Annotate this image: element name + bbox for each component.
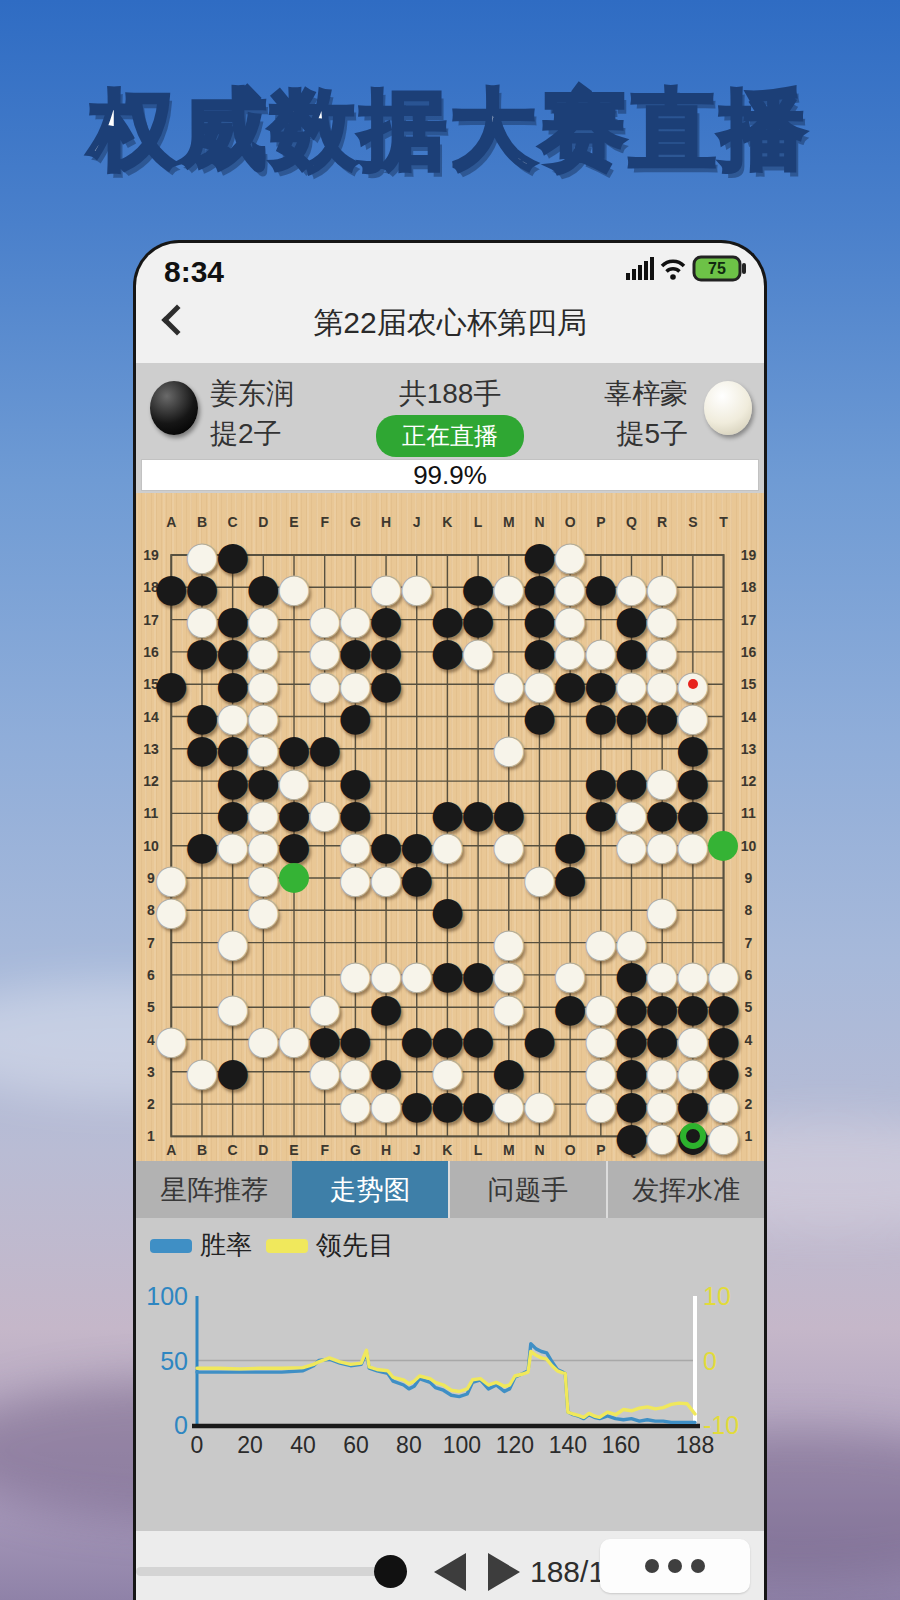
cell-F19[interactable] xyxy=(309,539,340,571)
cell-B16[interactable]: ● xyxy=(187,636,218,668)
cell-L2[interactable]: ● xyxy=(463,1088,494,1120)
cell-T14[interactable] xyxy=(708,700,739,732)
cell-S18[interactable] xyxy=(677,571,708,603)
cell-T12[interactable] xyxy=(708,765,739,797)
cell-Q10[interactable]: ● xyxy=(616,830,647,862)
cell-B6[interactable] xyxy=(187,959,218,991)
signal-icon xyxy=(626,257,654,280)
cell-Q1[interactable]: ● xyxy=(616,1120,647,1152)
cell-O4[interactable] xyxy=(555,1023,586,1055)
white-stone: ● xyxy=(522,1085,556,1124)
svg-text:140: 140 xyxy=(549,1432,587,1458)
cell-S19[interactable] xyxy=(677,539,708,571)
cell-K10[interactable]: ● xyxy=(432,830,463,862)
board-stones: ●●●●●●●●●●●●●●●●●●●●●●●●●●●●●●●●●●●●●●●●… xyxy=(156,539,739,1153)
cell-N4[interactable]: ● xyxy=(524,1023,555,1055)
battery-icon: 75 xyxy=(694,257,746,280)
svg-text:D: D xyxy=(258,514,268,530)
white-stone: ● xyxy=(369,1085,403,1124)
white-player-name: 辜梓豪 xyxy=(604,375,688,413)
cell-J2[interactable]: ● xyxy=(401,1088,432,1120)
live-badge: 正在直播 xyxy=(376,415,524,457)
tab-2[interactable]: 问题手 xyxy=(448,1161,606,1218)
cell-N9[interactable]: ● xyxy=(524,862,555,894)
cell-J18[interactable]: ● xyxy=(401,571,432,603)
cell-F13[interactable]: ● xyxy=(309,733,340,765)
cell-E1[interactable] xyxy=(279,1120,310,1152)
cell-F10[interactable] xyxy=(309,830,340,862)
svg-text:0: 0 xyxy=(703,1347,717,1375)
white-stone: ● xyxy=(706,1117,740,1156)
cell-A7[interactable] xyxy=(156,926,187,958)
cell-D4[interactable]: ● xyxy=(248,1023,279,1055)
cell-P1[interactable] xyxy=(585,1120,616,1152)
white-stone: ● xyxy=(492,729,526,768)
move-slider-thumb[interactable] xyxy=(374,1555,407,1588)
white-stone: ● xyxy=(492,665,526,704)
cell-L6[interactable]: ● xyxy=(463,959,494,991)
cell-L9[interactable] xyxy=(463,862,494,894)
cell-C9[interactable] xyxy=(217,862,248,894)
cell-C10[interactable]: ● xyxy=(217,830,248,862)
cell-A15[interactable]: ● xyxy=(156,668,187,700)
white-stone: ● xyxy=(430,826,464,865)
svg-text:14: 14 xyxy=(741,709,757,725)
cell-T11[interactable] xyxy=(708,797,739,829)
cell-B2[interactable] xyxy=(187,1088,218,1120)
cell-J4[interactable]: ● xyxy=(401,1023,432,1055)
black-stone: ● xyxy=(553,665,587,704)
win-rate-bar: 99.9% xyxy=(141,459,759,491)
svg-text:20: 20 xyxy=(237,1432,263,1458)
cell-N1[interactable] xyxy=(524,1120,555,1152)
cell-C2[interactable] xyxy=(217,1088,248,1120)
cell-T17[interactable] xyxy=(708,603,739,635)
tab-1[interactable]: 走势图 xyxy=(292,1161,448,1218)
cell-D8[interactable]: ● xyxy=(248,894,279,926)
white-stone: ● xyxy=(584,1085,618,1124)
svg-text:A: A xyxy=(166,514,176,530)
cell-A11[interactable] xyxy=(156,797,187,829)
cell-C5[interactable]: ● xyxy=(217,991,248,1023)
more-menu-button[interactable] xyxy=(600,1539,750,1593)
cell-K16[interactable]: ● xyxy=(432,636,463,668)
black-stone: ● xyxy=(553,988,587,1027)
cell-H1[interactable] xyxy=(371,1120,402,1152)
cell-O2[interactable] xyxy=(555,1088,586,1120)
black-stone: ● xyxy=(216,1052,250,1091)
cell-M2[interactable]: ● xyxy=(493,1088,524,1120)
cell-L14[interactable] xyxy=(463,700,494,732)
black-stone: ● xyxy=(645,697,679,736)
cell-M1[interactable] xyxy=(493,1120,524,1152)
cell-D7[interactable] xyxy=(248,926,279,958)
cell-A14[interactable] xyxy=(156,700,187,732)
status-icons: 75 xyxy=(626,251,748,287)
cell-L11[interactable]: ● xyxy=(463,797,494,829)
cell-L15[interactable] xyxy=(463,668,494,700)
white-stone: ● xyxy=(645,891,679,930)
cell-E3[interactable] xyxy=(279,1056,310,1088)
cell-C3[interactable]: ● xyxy=(217,1056,248,1088)
cell-G14[interactable]: ● xyxy=(340,700,371,732)
cell-T18[interactable] xyxy=(708,571,739,603)
white-stone: ● xyxy=(338,955,372,994)
cell-B1[interactable] xyxy=(187,1120,218,1152)
cell-B8[interactable] xyxy=(187,894,218,926)
legend-item-1: 领先目 xyxy=(266,1228,394,1263)
cell-T13[interactable] xyxy=(708,733,739,765)
cell-P10[interactable] xyxy=(585,830,616,862)
cell-O5[interactable]: ● xyxy=(555,991,586,1023)
green-ring-marker xyxy=(680,1123,706,1149)
legend-label: 胜率 xyxy=(200,1228,252,1263)
cell-J9[interactable]: ● xyxy=(401,862,432,894)
black-stone: ● xyxy=(154,665,188,704)
cell-J8[interactable] xyxy=(401,894,432,926)
cell-B13[interactable]: ● xyxy=(187,733,218,765)
cell-K6[interactable]: ● xyxy=(432,959,463,991)
move-slider-track[interactable] xyxy=(136,1567,392,1576)
black-stone: ● xyxy=(522,1020,556,1059)
cell-H8[interactable] xyxy=(371,894,402,926)
cell-C1[interactable] xyxy=(217,1120,248,1152)
cell-D1[interactable] xyxy=(248,1120,279,1152)
cell-P2[interactable]: ● xyxy=(585,1088,616,1120)
cell-N2[interactable]: ● xyxy=(524,1088,555,1120)
cell-L13[interactable] xyxy=(463,733,494,765)
svg-text:18: 18 xyxy=(741,579,757,595)
cell-F3[interactable]: ● xyxy=(309,1056,340,1088)
svg-text:19: 19 xyxy=(741,547,757,563)
cell-P18[interactable]: ● xyxy=(585,571,616,603)
black-stone: ● xyxy=(522,697,556,736)
cell-J1[interactable] xyxy=(401,1120,432,1152)
cell-J15[interactable] xyxy=(401,668,432,700)
black-stone: ● xyxy=(461,1085,495,1124)
cell-B10[interactable]: ● xyxy=(187,830,218,862)
black-stone: ● xyxy=(400,859,434,898)
svg-text:120: 120 xyxy=(496,1432,534,1458)
black-stone: ● xyxy=(216,536,250,575)
cell-F11[interactable]: ● xyxy=(309,797,340,829)
cell-E6[interactable] xyxy=(279,959,310,991)
cell-K13[interactable] xyxy=(432,733,463,765)
cell-J13[interactable] xyxy=(401,733,432,765)
cell-N12[interactable] xyxy=(524,765,555,797)
white-stone: ● xyxy=(185,1052,219,1091)
cell-F1[interactable] xyxy=(309,1120,340,1152)
black-stone: ● xyxy=(338,697,372,736)
cell-T19[interactable] xyxy=(708,539,739,571)
cell-G9[interactable]: ● xyxy=(340,862,371,894)
cell-E7[interactable] xyxy=(279,926,310,958)
cell-A4[interactable]: ● xyxy=(156,1023,187,1055)
white-stone: ● xyxy=(308,1052,342,1091)
cell-S1[interactable]: ● xyxy=(677,1120,708,1152)
white-stone: ● xyxy=(277,1020,311,1059)
cell-L10[interactable] xyxy=(463,830,494,862)
svg-text:100: 100 xyxy=(146,1282,188,1310)
black-stone: ● xyxy=(461,1020,495,1059)
cell-F15[interactable]: ● xyxy=(309,668,340,700)
svg-text:L: L xyxy=(474,514,483,530)
cell-H15[interactable]: ● xyxy=(371,668,402,700)
cell-M15[interactable]: ● xyxy=(493,668,524,700)
black-stone: ● xyxy=(584,568,618,607)
cell-E9[interactable] xyxy=(279,862,310,894)
black-stone: ● xyxy=(400,1020,434,1059)
white-stone: ● xyxy=(584,923,618,962)
black-stone: ● xyxy=(308,729,342,768)
cell-T9[interactable] xyxy=(708,862,739,894)
cell-E18[interactable]: ● xyxy=(279,571,310,603)
cell-J6[interactable]: ● xyxy=(401,959,432,991)
cell-H13[interactable] xyxy=(371,733,402,765)
cell-L1[interactable] xyxy=(463,1120,494,1152)
cell-T8[interactable] xyxy=(708,894,739,926)
svg-text:80: 80 xyxy=(396,1432,422,1458)
cell-B5[interactable] xyxy=(187,991,218,1023)
cell-K15[interactable] xyxy=(432,668,463,700)
clock: 8:34 xyxy=(164,255,224,289)
white-stone: ● xyxy=(676,826,710,865)
cell-R14[interactable]: ● xyxy=(647,700,678,732)
svg-text:7: 7 xyxy=(147,935,155,951)
cell-E17[interactable] xyxy=(279,603,310,635)
cell-F2[interactable] xyxy=(309,1088,340,1120)
cell-A2[interactable] xyxy=(156,1088,187,1120)
cell-F7[interactable] xyxy=(309,926,340,958)
cell-T1[interactable]: ● xyxy=(708,1120,739,1152)
white-stone: ● xyxy=(492,568,526,607)
cell-M10[interactable]: ● xyxy=(493,830,524,862)
cell-Q9[interactable] xyxy=(616,862,647,894)
black-stone: ● xyxy=(400,1085,434,1124)
black-stone: ● xyxy=(614,697,648,736)
cell-D3[interactable] xyxy=(248,1056,279,1088)
cell-P7[interactable]: ● xyxy=(585,926,616,958)
cell-N14[interactable]: ● xyxy=(524,700,555,732)
svg-text:12: 12 xyxy=(741,773,757,789)
cell-C19[interactable]: ● xyxy=(217,539,248,571)
cell-S9[interactable] xyxy=(677,862,708,894)
svg-text:0: 0 xyxy=(174,1411,188,1439)
tab-3[interactable]: 发挥水准 xyxy=(606,1161,764,1218)
white-stone: ● xyxy=(154,891,188,930)
cell-T16[interactable] xyxy=(708,636,739,668)
cell-N8[interactable] xyxy=(524,894,555,926)
white-player-captures: 提5子 xyxy=(616,415,688,453)
cell-G6[interactable]: ● xyxy=(340,959,371,991)
svg-text:9: 9 xyxy=(745,870,753,886)
white-stone: ● xyxy=(369,859,403,898)
cell-O12[interactable] xyxy=(555,765,586,797)
svg-text:2: 2 xyxy=(147,1096,155,1112)
cell-O8[interactable] xyxy=(555,894,586,926)
cell-K8[interactable]: ● xyxy=(432,894,463,926)
banner-title: 权威数据大赛直播 xyxy=(0,72,900,189)
cell-T10[interactable] xyxy=(708,830,739,862)
cell-H14[interactable] xyxy=(371,700,402,732)
cell-M9[interactable] xyxy=(493,862,524,894)
cell-K1[interactable] xyxy=(432,1120,463,1152)
cell-M5[interactable]: ● xyxy=(493,991,524,1023)
tab-0[interactable]: 星阵推荐 xyxy=(136,1161,292,1218)
svg-text:M: M xyxy=(503,514,515,530)
cell-N13[interactable] xyxy=(524,733,555,765)
cell-R1[interactable]: ● xyxy=(647,1120,678,1152)
cell-B3[interactable]: ● xyxy=(187,1056,218,1088)
cell-O9[interactable]: ● xyxy=(555,862,586,894)
cell-A8[interactable]: ● xyxy=(156,894,187,926)
cell-E15[interactable] xyxy=(279,668,310,700)
ai-move-marker xyxy=(279,863,309,893)
white-stone: ● xyxy=(338,1085,372,1124)
cell-G2[interactable]: ● xyxy=(340,1088,371,1120)
svg-text:N: N xyxy=(534,514,544,530)
cell-S10[interactable]: ● xyxy=(677,830,708,862)
cell-B7[interactable] xyxy=(187,926,218,958)
white-stone: ● xyxy=(492,988,526,1027)
cell-J16[interactable] xyxy=(401,636,432,668)
black-stone: ● xyxy=(553,859,587,898)
cell-M18[interactable]: ● xyxy=(493,571,524,603)
cell-H12[interactable] xyxy=(371,765,402,797)
white-stone: ● xyxy=(614,826,648,865)
cell-E8[interactable] xyxy=(279,894,310,926)
black-stone: ● xyxy=(461,955,495,994)
black-player-captures: 提2子 xyxy=(210,415,282,453)
svg-text:1: 1 xyxy=(147,1128,155,1144)
cell-L4[interactable]: ● xyxy=(463,1023,494,1055)
cell-P9[interactable] xyxy=(585,862,616,894)
cell-S8[interactable] xyxy=(677,894,708,926)
svg-text:7: 7 xyxy=(745,935,753,951)
svg-text:C: C xyxy=(228,514,238,530)
trend-chart: 100500100-10020406080100120140160188 xyxy=(136,1218,764,1531)
white-stone: ● xyxy=(216,988,250,1027)
svg-text:40: 40 xyxy=(290,1432,316,1458)
cell-Q14[interactable]: ● xyxy=(616,700,647,732)
cell-E10[interactable]: ● xyxy=(279,830,310,862)
cell-H5[interactable]: ● xyxy=(371,991,402,1023)
cell-A12[interactable] xyxy=(156,765,187,797)
svg-text:100: 100 xyxy=(443,1432,481,1458)
cell-R8[interactable]: ● xyxy=(647,894,678,926)
white-player-avatar xyxy=(704,381,752,435)
cell-N7[interactable] xyxy=(524,926,555,958)
legend-item-0: 胜率 xyxy=(150,1228,252,1263)
cell-S17[interactable] xyxy=(677,603,708,635)
cell-C7[interactable]: ● xyxy=(217,926,248,958)
tab-bar: 星阵推荐走势图问题手发挥水准 xyxy=(136,1161,764,1218)
cell-T15[interactable] xyxy=(708,668,739,700)
chart-legend: 胜率领先目 xyxy=(150,1228,394,1263)
svg-text:1: 1 xyxy=(745,1128,753,1144)
cell-R10[interactable]: ● xyxy=(647,830,678,862)
cell-M17[interactable] xyxy=(493,603,524,635)
cell-D2[interactable] xyxy=(248,1088,279,1120)
cell-L8[interactable] xyxy=(463,894,494,926)
cell-E4[interactable]: ● xyxy=(279,1023,310,1055)
cell-G1[interactable] xyxy=(340,1120,371,1152)
svg-text:3: 3 xyxy=(147,1064,155,1080)
next-move-button[interactable] xyxy=(488,1553,520,1591)
cell-N11[interactable] xyxy=(524,797,555,829)
cell-O3[interactable] xyxy=(555,1056,586,1088)
nav-bar: 第22届农心杯第四局 xyxy=(136,289,764,355)
cell-A18[interactable]: ● xyxy=(156,571,187,603)
svg-text:188: 188 xyxy=(676,1432,714,1458)
cell-N6[interactable] xyxy=(524,959,555,991)
cell-A6[interactable] xyxy=(156,959,187,991)
cell-H2[interactable]: ● xyxy=(371,1088,402,1120)
cell-F8[interactable] xyxy=(309,894,340,926)
wifi-dot xyxy=(670,274,676,280)
cell-A1[interactable] xyxy=(156,1120,187,1152)
black-stone: ● xyxy=(430,891,464,930)
cell-J14[interactable] xyxy=(401,700,432,732)
cell-P14[interactable]: ● xyxy=(585,700,616,732)
white-stone: ● xyxy=(277,568,311,607)
cell-J17[interactable] xyxy=(401,603,432,635)
cell-B12[interactable] xyxy=(187,765,218,797)
cell-G8[interactable] xyxy=(340,894,371,926)
cell-A3[interactable] xyxy=(156,1056,187,1088)
white-stone: ● xyxy=(308,665,342,704)
svg-text:60: 60 xyxy=(343,1432,369,1458)
legend-label: 领先目 xyxy=(316,1228,394,1263)
ellipsis-icon xyxy=(668,1559,682,1573)
cell-A17[interactable] xyxy=(156,603,187,635)
cell-F9[interactable] xyxy=(309,862,340,894)
cell-O15[interactable]: ● xyxy=(555,668,586,700)
cell-K14[interactable] xyxy=(432,700,463,732)
ai-move-marker xyxy=(708,831,738,861)
cell-E16[interactable] xyxy=(279,636,310,668)
svg-text:2: 2 xyxy=(745,1096,753,1112)
cell-O14[interactable] xyxy=(555,700,586,732)
svg-text:3: 3 xyxy=(745,1064,753,1080)
cell-E2[interactable] xyxy=(279,1088,310,1120)
white-stone: ● xyxy=(400,955,434,994)
cell-K19[interactable] xyxy=(432,539,463,571)
svg-text:160: 160 xyxy=(602,1432,640,1458)
previous-move-button[interactable] xyxy=(434,1553,466,1591)
cell-D6[interactable] xyxy=(248,959,279,991)
black-stone: ● xyxy=(614,1117,648,1156)
white-stone: ● xyxy=(492,1085,526,1124)
cell-P11[interactable]: ● xyxy=(585,797,616,829)
black-stone: ● xyxy=(277,826,311,865)
cell-J12[interactable] xyxy=(401,765,432,797)
white-stone: ● xyxy=(216,923,250,962)
cell-O13[interactable] xyxy=(555,733,586,765)
cell-K2[interactable]: ● xyxy=(432,1088,463,1120)
cell-G19[interactable] xyxy=(340,539,371,571)
cell-A13[interactable] xyxy=(156,733,187,765)
cell-O1[interactable] xyxy=(555,1120,586,1152)
svg-text:4: 4 xyxy=(745,1032,753,1048)
white-stone: ● xyxy=(645,1117,679,1156)
cell-B9[interactable] xyxy=(187,862,218,894)
go-board[interactable]: AABBCCDDEEFFGGHHJJKKLLMMNNOOPPQQRRSSTT19… xyxy=(136,493,764,1161)
cell-L16[interactable]: ● xyxy=(463,636,494,668)
white-stone: ● xyxy=(246,1020,280,1059)
cell-M13[interactable]: ● xyxy=(493,733,524,765)
cell-H9[interactable]: ● xyxy=(371,862,402,894)
